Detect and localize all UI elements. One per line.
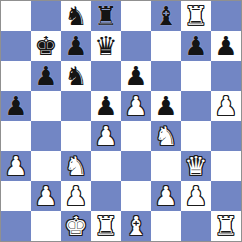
- square-b2[interactable]: ♟: [31, 181, 61, 211]
- square-c7[interactable]: ♟: [61, 31, 91, 61]
- square-a8[interactable]: [1, 1, 31, 31]
- black-pawn[interactable]: ♟: [94, 91, 117, 121]
- square-a5[interactable]: ♟: [1, 91, 31, 121]
- square-a1[interactable]: [1, 211, 31, 241]
- square-f6[interactable]: [151, 61, 181, 91]
- square-c4[interactable]: [61, 121, 91, 151]
- square-h3[interactable]: [211, 151, 241, 181]
- white-queen[interactable]: ♛: [184, 151, 207, 181]
- white-pawn[interactable]: ♟: [154, 181, 177, 211]
- square-f8[interactable]: ♝: [151, 1, 181, 31]
- square-h8[interactable]: [211, 1, 241, 31]
- square-g5[interactable]: [181, 91, 211, 121]
- black-king[interactable]: ♚: [34, 31, 57, 61]
- white-rook[interactable]: ♜: [94, 211, 117, 241]
- square-a2[interactable]: [1, 181, 31, 211]
- square-g3[interactable]: ♛: [181, 151, 211, 181]
- square-d2[interactable]: [91, 181, 121, 211]
- square-e4[interactable]: [121, 121, 151, 151]
- square-b5[interactable]: [31, 91, 61, 121]
- white-pawn[interactable]: ♟: [34, 181, 57, 211]
- square-a7[interactable]: [1, 31, 31, 61]
- square-h5[interactable]: ♟: [211, 91, 241, 121]
- square-e1[interactable]: ♝: [121, 211, 151, 241]
- black-queen[interactable]: ♛: [94, 31, 117, 61]
- square-b6[interactable]: ♟: [31, 61, 61, 91]
- square-e5[interactable]: ♟: [121, 91, 151, 121]
- black-knight[interactable]: ♞: [64, 61, 87, 91]
- square-d7[interactable]: ♛: [91, 31, 121, 61]
- square-c1[interactable]: ♚: [61, 211, 91, 241]
- black-pawn[interactable]: ♟: [154, 91, 177, 121]
- square-f1[interactable]: [151, 211, 181, 241]
- square-e3[interactable]: [121, 151, 151, 181]
- square-c5[interactable]: [61, 91, 91, 121]
- square-g7[interactable]: ♟: [181, 31, 211, 61]
- white-pawn[interactable]: ♟: [184, 181, 207, 211]
- square-g1[interactable]: [181, 211, 211, 241]
- black-rook[interactable]: ♜: [94, 1, 117, 31]
- square-f3[interactable]: [151, 151, 181, 181]
- white-bishop[interactable]: ♝: [124, 211, 147, 241]
- white-rook[interactable]: ♜: [214, 211, 237, 241]
- white-knight[interactable]: ♞: [64, 151, 87, 181]
- square-d6[interactable]: [91, 61, 121, 91]
- black-knight[interactable]: ♞: [64, 1, 87, 31]
- black-pawn[interactable]: ♟: [214, 31, 237, 61]
- black-pawn[interactable]: ♟: [34, 61, 57, 91]
- black-pawn[interactable]: ♟: [64, 31, 87, 61]
- square-h2[interactable]: [211, 181, 241, 211]
- white-pawn[interactable]: ♟: [124, 91, 147, 121]
- square-g6[interactable]: [181, 61, 211, 91]
- square-f2[interactable]: ♟: [151, 181, 181, 211]
- white-pawn[interactable]: ♟: [4, 151, 27, 181]
- white-pawn[interactable]: ♟: [214, 91, 237, 121]
- square-e7[interactable]: [121, 31, 151, 61]
- black-bishop[interactable]: ♝: [154, 1, 177, 31]
- square-f7[interactable]: [151, 31, 181, 61]
- square-c3[interactable]: ♞: [61, 151, 91, 181]
- white-pawn[interactable]: ♟: [94, 121, 117, 151]
- square-c8[interactable]: ♞: [61, 1, 91, 31]
- square-a3[interactable]: ♟: [1, 151, 31, 181]
- square-b1[interactable]: [31, 211, 61, 241]
- white-king[interactable]: ♚: [64, 211, 87, 241]
- square-h1[interactable]: ♜: [211, 211, 241, 241]
- square-g2[interactable]: ♟: [181, 181, 211, 211]
- white-pawn[interactable]: ♟: [64, 181, 87, 211]
- square-b8[interactable]: [31, 1, 61, 31]
- square-d1[interactable]: ♜: [91, 211, 121, 241]
- square-h7[interactable]: ♟: [211, 31, 241, 61]
- square-c2[interactable]: ♟: [61, 181, 91, 211]
- white-knight[interactable]: ♞: [154, 121, 177, 151]
- square-b7[interactable]: ♚: [31, 31, 61, 61]
- white-rook[interactable]: ♜: [184, 1, 207, 31]
- square-d4[interactable]: ♟: [91, 121, 121, 151]
- square-a4[interactable]: [1, 121, 31, 151]
- square-b3[interactable]: [31, 151, 61, 181]
- square-d3[interactable]: [91, 151, 121, 181]
- square-d5[interactable]: ♟: [91, 91, 121, 121]
- square-e6[interactable]: ♟: [121, 61, 151, 91]
- square-f4[interactable]: ♞: [151, 121, 181, 151]
- chess-board: ♞♜♝♜♚♟♛♟♟♟♞♟♟♟♟♟♟♟♞♟♞♛♟♟♟♟♚♜♝♜: [0, 0, 242, 242]
- square-e8[interactable]: [121, 1, 151, 31]
- square-e2[interactable]: [121, 181, 151, 211]
- square-f5[interactable]: ♟: [151, 91, 181, 121]
- black-pawn[interactable]: ♟: [124, 61, 147, 91]
- square-b4[interactable]: [31, 121, 61, 151]
- square-a6[interactable]: [1, 61, 31, 91]
- black-pawn[interactable]: ♟: [184, 31, 207, 61]
- black-pawn[interactable]: ♟: [4, 91, 27, 121]
- square-g8[interactable]: ♜: [181, 1, 211, 31]
- square-h6[interactable]: [211, 61, 241, 91]
- square-g4[interactable]: [181, 121, 211, 151]
- square-c6[interactable]: ♞: [61, 61, 91, 91]
- square-h4[interactable]: [211, 121, 241, 151]
- square-d8[interactable]: ♜: [91, 1, 121, 31]
